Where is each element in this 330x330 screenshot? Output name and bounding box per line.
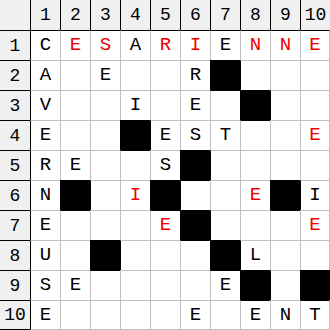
cell-r1c8[interactable]: N [240,30,270,60]
cell-r10c2[interactable] [60,300,90,330]
col-header-4: 4 [120,0,150,30]
cell-r5c4[interactable] [120,150,150,180]
cell-r6c4[interactable]: I [120,180,150,210]
cell-r5c8[interactable] [240,150,270,180]
cell-r7c7[interactable] [210,210,240,240]
cell-r4c6[interactable]: S [180,120,210,150]
cell-r10c4[interactable] [120,300,150,330]
row-header-5: 5 [0,150,30,180]
col-header-9: 9 [270,0,300,30]
cell-r2c8[interactable] [240,60,270,90]
block-cell-r2c7 [210,60,240,90]
cell-r1c6[interactable]: I [180,30,210,60]
row-header-9: 9 [0,270,30,300]
block-cell-r6c9 [270,180,300,210]
cell-r5c10[interactable] [300,150,330,180]
block-cell-r3c8 [240,90,270,120]
cell-r6c10[interactable]: I [300,180,330,210]
cell-r7c4[interactable] [120,210,150,240]
cell-r9c7[interactable]: E [210,270,240,300]
cell-r5c5[interactable]: S [150,150,180,180]
cell-r6c3[interactable] [90,180,120,210]
cell-r2c10[interactable] [300,60,330,90]
cell-r8c9[interactable] [270,240,300,270]
cell-r9c2[interactable]: E [60,270,90,300]
cell-r3c2[interactable] [60,90,90,120]
cell-r4c9[interactable] [270,120,300,150]
cell-r1c10[interactable]: E [300,30,330,60]
col-header-8: 8 [240,0,270,30]
cell-r1c9[interactable]: N [270,30,300,60]
cell-r2c4[interactable] [120,60,150,90]
cell-r7c3[interactable] [90,210,120,240]
cell-r7c5[interactable]: E [150,210,180,240]
cell-r5c7[interactable] [210,150,240,180]
cell-r1c7[interactable]: E [210,30,240,60]
block-cell-r8c3 [90,240,120,270]
cell-r1c1[interactable]: C [30,30,60,60]
cell-r10c6[interactable]: E [180,300,210,330]
cell-r3c6[interactable]: E [180,90,210,120]
cell-r6c7[interactable] [210,180,240,210]
col-header-6: 6 [180,0,210,30]
block-cell-r7c6 [180,210,210,240]
cell-r3c10[interactable] [300,90,330,120]
cell-r1c4[interactable]: A [120,30,150,60]
cell-r1c5[interactable]: R [150,30,180,60]
block-cell-r9c10 [300,270,330,300]
col-header-1: 1 [30,0,60,30]
cell-r8c2[interactable] [60,240,90,270]
cell-r10c7[interactable] [210,300,240,330]
row-header-8: 8 [0,240,30,270]
row-header-2: 2 [0,60,30,90]
col-header-2: 2 [60,0,90,30]
col-header-10: 10 [300,0,330,30]
row-header-1: 1 [0,30,30,60]
cell-r4c10[interactable]: E [300,120,330,150]
block-cell-r8c7 [210,240,240,270]
cell-r8c1[interactable]: U [30,240,60,270]
cell-r5c9[interactable] [270,150,300,180]
cell-r9c4[interactable] [120,270,150,300]
cell-r5c3[interactable] [90,150,120,180]
cell-r6c6[interactable] [180,180,210,210]
block-cell-r4c4 [120,120,150,150]
cell-r10c3[interactable] [90,300,120,330]
cell-r7c10[interactable]: E [300,210,330,240]
row-header-7: 7 [0,210,30,240]
cell-r1c2[interactable]: E [60,30,90,60]
cell-r6c8[interactable]: E [240,180,270,210]
cell-r1c3[interactable]: S [90,30,120,60]
col-header-7: 7 [210,0,240,30]
cell-r7c8[interactable] [240,210,270,240]
cell-r7c1[interactable]: E [30,210,60,240]
cell-r8c8[interactable]: L [240,240,270,270]
row-header-6: 6 [0,180,30,210]
cell-r2c3[interactable]: E [90,60,120,90]
block-cell-r6c5 [150,180,180,210]
cell-r9c3[interactable] [90,270,120,300]
crossword-board: 123456789101CESARIENNE2AER3VIE4EESTE5RES… [0,0,330,330]
cell-r4c2[interactable] [60,120,90,150]
cell-r3c5[interactable] [150,90,180,120]
cell-r2c6[interactable]: R [180,60,210,90]
cell-r10c9[interactable]: N [270,300,300,330]
cell-r3c7[interactable] [210,90,240,120]
block-cell-r6c2 [60,180,90,210]
block-cell-r9c8 [240,270,270,300]
cell-r4c5[interactable]: E [150,120,180,150]
cell-r9c1[interactable]: S [30,270,60,300]
cell-r10c10[interactable]: T [300,300,330,330]
cell-r3c9[interactable] [270,90,300,120]
cell-r2c2[interactable] [60,60,90,90]
row-header-3: 3 [0,90,30,120]
cell-r5c2[interactable]: E [60,150,90,180]
cell-r10c5[interactable] [150,300,180,330]
cell-r7c2[interactable] [60,210,90,240]
block-cell-r5c6 [180,150,210,180]
cell-r2c5[interactable] [150,60,180,90]
cell-r7c9[interactable] [270,210,300,240]
col-header-5: 5 [150,0,180,30]
cell-r3c4[interactable]: I [120,90,150,120]
cell-r3c3[interactable] [90,90,120,120]
cell-r2c1[interactable]: A [30,60,60,90]
col-header-3: 3 [90,0,120,30]
cell-r4c8[interactable] [240,120,270,150]
row-header-10: 10 [0,300,30,330]
cell-r9c5[interactable] [150,270,180,300]
cell-r8c10[interactable] [300,240,330,270]
cell-r4c3[interactable] [90,120,120,150]
row-header-4: 4 [0,120,30,150]
cell-r9c9[interactable] [270,270,300,300]
cell-r2c9[interactable] [270,60,300,90]
cell-r10c1[interactable]: E [30,300,60,330]
cell-r10c8[interactable]: E [240,300,270,330]
cell-r4c7[interactable]: T [210,120,240,150]
cell-r8c4[interactable] [120,240,150,270]
cell-r6c1[interactable]: N [30,180,60,210]
cell-r3c1[interactable]: V [30,90,60,120]
cell-r8c6[interactable] [180,240,210,270]
cell-r5c1[interactable]: R [30,150,60,180]
cell-r9c6[interactable] [180,270,210,300]
cell-r8c5[interactable] [150,240,180,270]
cell-r4c1[interactable]: E [30,120,60,150]
corner-cell [0,0,30,30]
